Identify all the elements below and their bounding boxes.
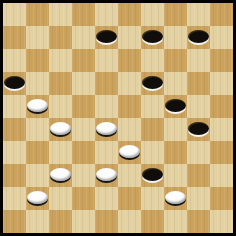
square-26[interactable]: [3, 118, 26, 141]
square-light: [210, 210, 233, 233]
square-28[interactable]: [95, 118, 118, 141]
square-light: [141, 3, 164, 26]
square-light: [187, 141, 210, 164]
square-light: [72, 164, 95, 187]
square-4[interactable]: [164, 3, 187, 26]
square-35[interactable]: [210, 141, 233, 164]
square-light: [95, 95, 118, 118]
white-man[interactable]: [119, 145, 140, 160]
black-man[interactable]: [188, 30, 209, 45]
piece-top-face: [142, 30, 163, 43]
square-6[interactable]: [3, 26, 26, 49]
square-light: [49, 3, 72, 26]
square-light: [164, 26, 187, 49]
square-light: [210, 118, 233, 141]
square-light: [26, 118, 49, 141]
square-11[interactable]: [26, 49, 49, 72]
square-light: [141, 141, 164, 164]
square-light: [95, 49, 118, 72]
square-31[interactable]: [26, 141, 49, 164]
square-light: [72, 210, 95, 233]
square-36[interactable]: [3, 164, 26, 187]
square-light: [95, 141, 118, 164]
square-19[interactable]: [141, 72, 164, 95]
square-light: [49, 49, 72, 72]
black-man[interactable]: [142, 30, 163, 45]
square-12[interactable]: [72, 49, 95, 72]
square-13[interactable]: [118, 49, 141, 72]
piece-top-face: [96, 30, 117, 43]
square-light: [141, 95, 164, 118]
square-light: [26, 72, 49, 95]
square-light: [95, 187, 118, 210]
square-5[interactable]: [210, 3, 233, 26]
square-light: [118, 72, 141, 95]
square-14[interactable]: [164, 49, 187, 72]
square-3[interactable]: [118, 3, 141, 26]
white-man[interactable]: [96, 122, 117, 137]
white-man[interactable]: [27, 99, 48, 114]
square-33[interactable]: [118, 141, 141, 164]
square-light: [210, 164, 233, 187]
piece-top-face: [119, 145, 140, 158]
square-light: [164, 210, 187, 233]
square-light: [118, 164, 141, 187]
square-37[interactable]: [49, 164, 72, 187]
piece-top-face: [188, 122, 209, 135]
square-light: [3, 49, 26, 72]
square-41[interactable]: [26, 187, 49, 210]
piece-top-face: [142, 168, 163, 181]
square-25[interactable]: [210, 95, 233, 118]
square-44[interactable]: [164, 187, 187, 210]
square-light: [164, 72, 187, 95]
square-light: [118, 118, 141, 141]
square-39[interactable]: [141, 164, 164, 187]
square-light: [3, 187, 26, 210]
black-man[interactable]: [165, 99, 186, 114]
square-23[interactable]: [118, 95, 141, 118]
piece-top-face: [165, 191, 186, 204]
square-2[interactable]: [72, 3, 95, 26]
square-light: [118, 210, 141, 233]
draughts-board: [0, 0, 236, 236]
square-light: [3, 141, 26, 164]
piece-top-face: [50, 168, 71, 181]
square-light: [26, 210, 49, 233]
square-17[interactable]: [49, 72, 72, 95]
square-10[interactable]: [187, 26, 210, 49]
square-light: [210, 72, 233, 95]
square-light: [72, 72, 95, 95]
square-45[interactable]: [210, 187, 233, 210]
square-light: [118, 26, 141, 49]
black-man[interactable]: [142, 168, 163, 183]
white-man[interactable]: [165, 191, 186, 206]
square-34[interactable]: [164, 141, 187, 164]
square-light: [72, 118, 95, 141]
square-49[interactable]: [141, 210, 164, 233]
square-light: [187, 187, 210, 210]
square-light: [3, 3, 26, 26]
square-38[interactable]: [95, 164, 118, 187]
square-47[interactable]: [49, 210, 72, 233]
square-15[interactable]: [210, 49, 233, 72]
piece-top-face: [142, 76, 163, 89]
square-40[interactable]: [187, 164, 210, 187]
piece-top-face: [27, 191, 48, 204]
black-man[interactable]: [142, 76, 163, 91]
piece-top-face: [188, 30, 209, 43]
square-light: [164, 164, 187, 187]
square-light: [210, 26, 233, 49]
white-man[interactable]: [50, 122, 71, 137]
black-man[interactable]: [4, 76, 25, 91]
square-22[interactable]: [72, 95, 95, 118]
square-32[interactable]: [72, 141, 95, 164]
square-8[interactable]: [95, 26, 118, 49]
square-20[interactable]: [187, 72, 210, 95]
square-light: [72, 26, 95, 49]
piece-top-face: [27, 99, 48, 112]
square-light: [141, 49, 164, 72]
square-light: [187, 49, 210, 72]
square-light: [3, 95, 26, 118]
square-light: [164, 118, 187, 141]
square-7[interactable]: [49, 26, 72, 49]
square-50[interactable]: [187, 210, 210, 233]
square-light: [49, 141, 72, 164]
square-27[interactable]: [49, 118, 72, 141]
white-man[interactable]: [50, 168, 71, 183]
square-48[interactable]: [95, 210, 118, 233]
piece-top-face: [4, 76, 25, 89]
square-light: [95, 3, 118, 26]
square-16[interactable]: [3, 72, 26, 95]
square-42[interactable]: [72, 187, 95, 210]
square-43[interactable]: [118, 187, 141, 210]
piece-top-face: [165, 99, 186, 112]
square-30[interactable]: [187, 118, 210, 141]
white-man[interactable]: [96, 168, 117, 183]
piece-top-face: [50, 122, 71, 135]
piece-top-face: [96, 122, 117, 135]
square-light: [187, 3, 210, 26]
piece-top-face: [96, 168, 117, 181]
square-light: [49, 95, 72, 118]
square-1[interactable]: [26, 3, 49, 26]
square-light: [141, 187, 164, 210]
black-man[interactable]: [188, 122, 209, 137]
square-light: [26, 164, 49, 187]
square-light: [49, 187, 72, 210]
square-24[interactable]: [164, 95, 187, 118]
square-46[interactable]: [3, 210, 26, 233]
square-18[interactable]: [95, 72, 118, 95]
black-man[interactable]: [96, 30, 117, 45]
square-light: [187, 95, 210, 118]
white-man[interactable]: [27, 191, 48, 206]
square-29[interactable]: [141, 118, 164, 141]
square-light: [26, 26, 49, 49]
square-9[interactable]: [141, 26, 164, 49]
square-21[interactable]: [26, 95, 49, 118]
